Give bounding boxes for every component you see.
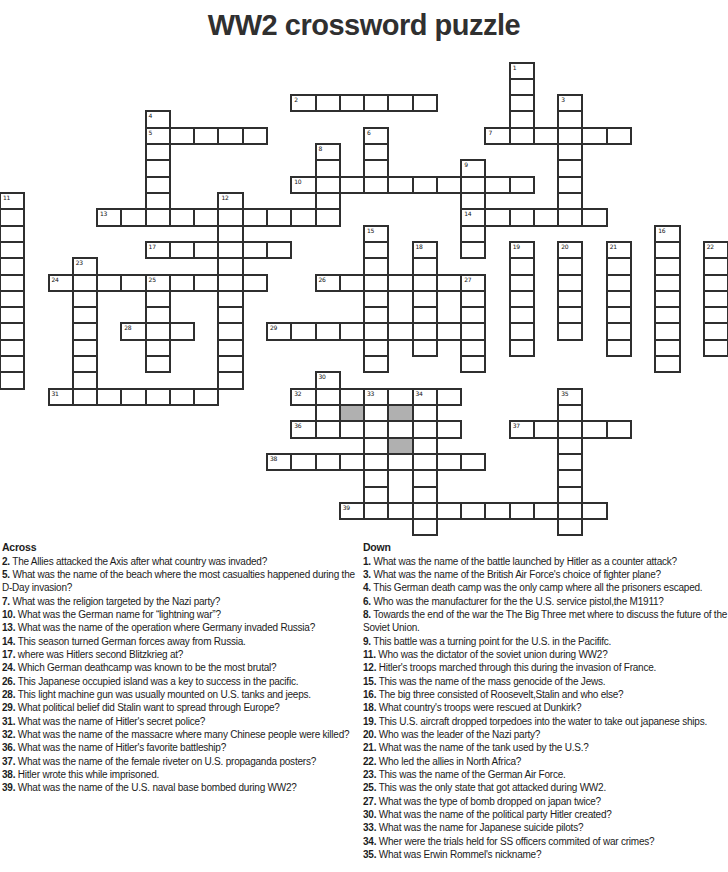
clue-item: 18. What country's troops were rescued a… [363, 701, 728, 714]
grid-cell[interactable] [703, 339, 728, 357]
cell-number: 4 [149, 112, 153, 119]
grid-cell[interactable] [96, 274, 122, 292]
cell-number: 25 [149, 276, 156, 283]
grid-cell[interactable] [193, 241, 219, 259]
grid-cell[interactable]: 29 [266, 322, 292, 340]
clue-number: 30. [363, 809, 376, 820]
clue-number: 34. [363, 836, 376, 847]
grid-cell[interactable] [242, 208, 268, 226]
crossword-page: WW2 crossword puzzle 1234567891011121314… [0, 0, 728, 872]
clue-number: 9. [363, 636, 371, 647]
grid-cell[interactable] [315, 453, 341, 471]
grid-cell[interactable] [387, 322, 413, 340]
clue-item: 19. This U.S. aircraft dropped torpedoes… [363, 715, 728, 728]
grid-cell[interactable] [509, 176, 535, 194]
clue-item: 21. What was the name of the tank used b… [363, 741, 728, 754]
clue-item: 33. What was the name for Japanese suici… [363, 821, 728, 834]
cell-number: 33 [367, 390, 374, 397]
clue-number: 7. [2, 596, 10, 607]
grid-cell[interactable]: 36 [290, 420, 316, 438]
grid-cell[interactable] [509, 502, 535, 520]
grid-cell[interactable] [436, 322, 462, 340]
cell-number: 11 [3, 194, 10, 201]
cell-number: 38 [270, 455, 277, 462]
clue-item: 23. This was the name of the German Air … [363, 768, 728, 781]
clue-item: 15. This was the name of the mass genoci… [363, 675, 728, 688]
clue-number: 27. [363, 796, 376, 807]
clue-number: 4. [363, 582, 371, 593]
clue-item: 36. What was the name of Hitler's favori… [2, 741, 361, 754]
across-clue-list: Across 2. The Allies attacked the Axis a… [0, 541, 361, 861]
clue-item: 3. What was the name of the British Air … [363, 568, 728, 581]
clue-item: 8. Towards the end of the war the The Bi… [363, 608, 728, 635]
grid-cell[interactable] [72, 388, 98, 406]
clue-item: 10. What was the German name for “lightn… [2, 608, 361, 621]
grid-cell[interactable] [484, 502, 510, 520]
clue-number: 17. [2, 649, 15, 660]
grid-cell[interactable] [290, 322, 316, 340]
crossword-grid: 1234567891011121314151617181920212223242… [0, 0, 728, 545]
cell-number: 27 [464, 276, 471, 283]
cell-number: 29 [270, 324, 277, 331]
grid-cell[interactable] [412, 94, 438, 112]
grid-cell[interactable] [460, 355, 486, 373]
grid-cell[interactable] [266, 208, 292, 226]
grid-cell[interactable] [387, 94, 413, 112]
cell-number: 17 [149, 243, 156, 250]
grid-cell[interactable] [363, 94, 389, 112]
grid-cell[interactable] [169, 208, 195, 226]
grid-cell[interactable] [169, 388, 195, 406]
clue-number: 6. [363, 596, 371, 607]
grid-cell[interactable]: 32 [290, 388, 316, 406]
grid-cell[interactable] [145, 388, 171, 406]
grid-cell[interactable]: 26 [315, 274, 341, 292]
cell-number: 16 [658, 227, 665, 234]
grid-cell[interactable] [96, 388, 122, 406]
grid-cell[interactable]: 17 [145, 241, 171, 259]
grid-cell[interactable] [193, 388, 219, 406]
grid-cell[interactable] [533, 420, 559, 438]
grid-cell[interactable] [339, 94, 365, 112]
grid-cell[interactable]: 31 [48, 388, 74, 406]
grid-cell[interactable] [460, 241, 486, 259]
grid-cell[interactable] [387, 176, 413, 194]
grid-cell[interactable] [169, 127, 195, 145]
clue-item: 5. What was the name of the beach where … [2, 568, 361, 595]
clue-number: 37. [2, 756, 15, 767]
grid-cell[interactable] [315, 322, 341, 340]
clue-number: 39. [2, 782, 15, 793]
grid-cell[interactable] [363, 355, 389, 373]
grid-cell[interactable] [557, 322, 583, 340]
clue-item: 1. What was the name of the battle launc… [363, 555, 728, 568]
clue-item: 16. The big three consisted of Roosevelt… [363, 688, 728, 701]
grid-cell[interactable] [339, 176, 365, 194]
clue-number: 21. [363, 742, 376, 753]
grid-cell[interactable] [387, 453, 413, 471]
grid-cell[interactable]: 38 [266, 453, 292, 471]
grid-cell[interactable] [169, 241, 195, 259]
grid-cell[interactable] [509, 127, 535, 145]
grid-cell[interactable] [581, 208, 607, 226]
cell-number: 20 [561, 243, 568, 250]
clue-item: 20. Who was the leader of the Nazi party… [363, 728, 728, 741]
clue-item: 24. Which German deathcamp was known to … [2, 661, 361, 674]
grid-cell[interactable] [387, 502, 413, 520]
cell-number: 13 [100, 210, 107, 217]
grid-cell[interactable] [484, 176, 510, 194]
clue-item: 2. The Allies attacked the Axis after wh… [2, 555, 361, 568]
clue-item: 7. What was the religion targeted by the… [2, 595, 361, 608]
clue-item: 29. What political belief did Stalin wan… [2, 701, 361, 714]
grid-cell[interactable]: 7 [484, 127, 510, 145]
cell-number: 28 [124, 324, 131, 331]
grid-cell[interactable] [242, 241, 268, 259]
cell-number: 15 [367, 227, 374, 234]
grid-cell[interactable] [436, 502, 462, 520]
cell-number: 1 [513, 64, 517, 71]
cell-number: 39 [343, 504, 350, 511]
clue-number: 36. [2, 742, 15, 753]
clue-number: 3. [363, 569, 371, 580]
clue-lists: Across 2. The Allies attacked the Axis a… [0, 541, 728, 861]
cell-number: 26 [319, 276, 326, 283]
cell-number: 10 [294, 178, 301, 185]
grid-cell[interactable]: 39 [339, 502, 365, 520]
clue-number: 10. [2, 609, 15, 620]
cell-number: 5 [149, 129, 153, 136]
grid-cell[interactable] [266, 241, 292, 259]
clue-number: 26. [2, 676, 15, 687]
grid-cell[interactable] [581, 502, 607, 520]
clue-number: 25. [363, 782, 376, 793]
grid-cell[interactable]: 24 [48, 274, 74, 292]
clue-item: 39. What was the name of the U.S. naval … [2, 781, 361, 794]
clue-item: 37. What was the name of the female rive… [2, 755, 361, 768]
cell-number: 2 [294, 96, 298, 103]
cell-number: 3 [561, 96, 565, 103]
clue-item: 11. Who was the dictator of the soviet u… [363, 648, 728, 661]
clue-number: 19. [363, 716, 376, 727]
cell-number: 8 [319, 145, 323, 152]
cell-number: 9 [464, 161, 468, 168]
grid-cell[interactable] [436, 176, 462, 194]
cell-number: 37 [513, 422, 520, 429]
cell-number: 19 [513, 243, 520, 250]
cell-number: 34 [416, 390, 423, 397]
clue-item: 12. Hitler's troops marched through this… [363, 661, 728, 674]
grid-cell[interactable] [193, 274, 219, 292]
grid-cell[interactable] [120, 274, 146, 292]
grid-cell[interactable] [557, 518, 583, 536]
cell-number: 6 [367, 129, 371, 136]
grid-cell[interactable] [533, 127, 559, 145]
cell-number: 32 [294, 390, 301, 397]
clue-number: 38. [2, 769, 15, 780]
grid-cell[interactable] [654, 355, 680, 373]
clue-number: 20. [363, 729, 376, 740]
clue-number: 16. [363, 689, 376, 700]
clue-number: 28. [2, 689, 15, 700]
clue-item: 35. What was Erwin Rommel's nickname? [363, 848, 728, 861]
grid-cell[interactable] [339, 420, 365, 438]
grid-cell[interactable] [533, 208, 559, 226]
grid-cell[interactable] [436, 453, 462, 471]
clue-number: 1. [363, 556, 371, 567]
grid-cell[interactable] [436, 420, 462, 438]
cell-number: 36 [294, 422, 301, 429]
clue-number: 33. [363, 822, 376, 833]
grid-cell[interactable] [120, 208, 146, 226]
cell-number: 7 [488, 129, 492, 136]
grid-cell[interactable] [145, 355, 171, 373]
grid-cell[interactable] [509, 208, 535, 226]
grid-cell[interactable] [315, 94, 341, 112]
grid-cell[interactable] [581, 127, 607, 145]
grid-cell[interactable] [412, 176, 438, 194]
clue-number: 11. [363, 649, 376, 660]
clue-item: 30. What was the name of the political p… [363, 808, 728, 821]
grid-cell[interactable] [436, 274, 462, 292]
grid-cell[interactable] [193, 208, 219, 226]
grid-cell[interactable]: 13 [96, 208, 122, 226]
grid-cell[interactable]: 10 [290, 176, 316, 194]
grid-cell[interactable] [339, 453, 365, 471]
clue-item: 28. This light machine gun was usually m… [2, 688, 361, 701]
grid-cell[interactable] [290, 453, 316, 471]
cell-number: 35 [561, 390, 568, 397]
down-header: Down [363, 541, 728, 555]
grid-cell[interactable]: 37 [509, 420, 535, 438]
clue-item: 9. This battle was a turning point for t… [363, 635, 728, 648]
cell-number: 24 [52, 276, 59, 283]
grid-cell[interactable] [315, 420, 341, 438]
cell-number: 18 [416, 243, 423, 250]
grid-cell[interactable] [120, 388, 146, 406]
grid-cell[interactable] [217, 371, 243, 389]
grid-cell[interactable] [509, 339, 535, 357]
clue-number: 31. [2, 716, 15, 727]
grid-cell[interactable] [242, 274, 268, 292]
clue-number: 2. [2, 556, 10, 567]
grid-cell[interactable] [217, 127, 243, 145]
grid-cell[interactable] [193, 127, 219, 145]
clue-item: 14. This season turned German forces awa… [2, 635, 361, 648]
grid-cell[interactable] [169, 274, 195, 292]
clue-item: 22. Who led the allies in North Africa? [363, 755, 728, 768]
grid-cell[interactable] [533, 502, 559, 520]
grid-cell[interactable] [0, 371, 25, 389]
grid-cell[interactable] [242, 127, 268, 145]
grid-cell[interactable] [339, 322, 365, 340]
grid-cell[interactable] [460, 453, 486, 471]
clue-number: 14. [2, 636, 15, 647]
cell-number: 22 [707, 243, 714, 250]
grid-cell[interactable] [460, 502, 486, 520]
grid-cell[interactable] [606, 339, 632, 357]
grid-cell[interactable] [339, 274, 365, 292]
clue-item: 6. Who was the manufacturer for the the … [363, 595, 728, 608]
grid-cell[interactable] [387, 274, 413, 292]
grid-cell[interactable] [145, 208, 171, 226]
clue-item: 34. Wher were the trials held for SS off… [363, 835, 728, 848]
cell-number: 14 [464, 210, 471, 217]
grid-cell[interactable] [412, 339, 438, 357]
cell-number: 31 [52, 390, 59, 397]
grid-cell[interactable]: 2 [290, 94, 316, 112]
across-header: Across [2, 541, 361, 555]
grid-cell[interactable] [315, 208, 341, 226]
grid-cell[interactable] [290, 208, 316, 226]
clue-item: 13. What was the name of the operation w… [2, 621, 361, 634]
grid-cell[interactable] [169, 322, 195, 340]
clue-number: 29. [2, 702, 15, 713]
grid-cell[interactable] [484, 208, 510, 226]
clue-item: 31. What was the name of Hitler's secret… [2, 715, 361, 728]
clue-item: 38. Hitler wrote this while imprisoned. [2, 768, 361, 781]
grid-cell[interactable] [363, 176, 389, 194]
cell-number: 21 [610, 243, 617, 250]
cell-number: 12 [221, 194, 228, 201]
clue-number: 18. [363, 702, 376, 713]
clue-number: 35. [363, 849, 376, 860]
grid-cell[interactable] [606, 127, 632, 145]
clue-item: 32. What was the name of the massacre wh… [2, 728, 361, 741]
cell-number: 23 [76, 259, 83, 266]
clue-number: 23. [363, 769, 376, 780]
grid-cell[interactable] [557, 208, 583, 226]
clue-number: 12. [363, 662, 376, 673]
clue-number: 32. [2, 729, 15, 740]
clue-item: 17. where was Hitlers second Blitzkrieg … [2, 648, 361, 661]
clue-item: 26. This Japanese occupied island was a … [2, 675, 361, 688]
clue-item: 4. This German death camp was the only c… [363, 581, 728, 594]
cell-number: 30 [319, 373, 326, 380]
grid-cell[interactable] [412, 518, 438, 536]
clue-number: 5. [2, 569, 10, 580]
clue-number: 24. [2, 662, 15, 673]
clue-number: 13. [2, 622, 15, 633]
grid-cell[interactable]: 28 [120, 322, 146, 340]
clue-item: 25. This was the only state that got att… [363, 781, 728, 794]
grid-cell[interactable] [363, 502, 389, 520]
grid-cell[interactable] [581, 420, 607, 438]
clue-number: 8. [363, 609, 371, 620]
clue-number: 22. [363, 756, 376, 767]
grid-cell[interactable] [606, 420, 632, 438]
clue-item: 27. What was the type of bomb dropped on… [363, 795, 728, 808]
clue-number: 15. [363, 676, 376, 687]
grid-cell[interactable] [436, 388, 462, 406]
down-clue-list: Down 1. What was the name of the battle … [361, 541, 728, 861]
